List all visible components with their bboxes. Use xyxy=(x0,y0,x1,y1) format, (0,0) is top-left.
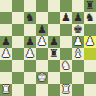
square-h7[interactable]: ♞ xyxy=(84,12,96,24)
square-c1[interactable] xyxy=(24,84,36,96)
square-a8[interactable] xyxy=(0,0,12,12)
square-a3[interactable] xyxy=(0,60,12,72)
square-h5[interactable]: ♟ xyxy=(84,36,96,48)
square-g3[interactable] xyxy=(72,60,84,72)
white-rook[interactable]: ♜ xyxy=(1,84,11,96)
white-pawn[interactable]: ♟ xyxy=(37,36,47,48)
black-knight[interactable]: ♞ xyxy=(25,12,35,24)
square-d5[interactable]: ♟ xyxy=(36,36,48,48)
square-b2[interactable] xyxy=(12,72,24,84)
white-pawn[interactable]: ♟ xyxy=(1,48,11,60)
square-d2[interactable]: ♚ xyxy=(36,72,48,84)
black-pawn[interactable]: ♟ xyxy=(61,12,71,24)
white-bishop[interactable]: ♝ xyxy=(73,48,83,60)
square-g4[interactable]: ♝ xyxy=(72,48,84,60)
square-b5[interactable] xyxy=(12,36,24,48)
square-e7[interactable] xyxy=(48,12,60,24)
square-c4[interactable]: ♟ xyxy=(24,48,36,60)
square-b8[interactable] xyxy=(12,0,24,12)
square-h3[interactable] xyxy=(84,60,96,72)
square-d1[interactable] xyxy=(36,84,48,96)
black-rook[interactable]: ♜ xyxy=(49,48,59,60)
square-d8[interactable] xyxy=(36,0,48,12)
square-b4[interactable] xyxy=(12,48,24,60)
square-c3[interactable] xyxy=(24,60,36,72)
white-pawn[interactable]: ♟ xyxy=(25,48,35,60)
square-f7[interactable]: ♟ xyxy=(60,12,72,24)
square-g2[interactable] xyxy=(72,72,84,84)
black-knight[interactable]: ♞ xyxy=(85,12,95,24)
square-e8[interactable] xyxy=(48,0,60,12)
square-c7[interactable]: ♞ xyxy=(24,12,36,24)
white-knight[interactable]: ♞ xyxy=(61,60,71,72)
square-b7[interactable] xyxy=(12,12,24,24)
square-e2[interactable] xyxy=(48,72,60,84)
white-king[interactable]: ♚ xyxy=(37,72,47,84)
square-b1[interactable] xyxy=(12,84,24,96)
square-f5[interactable] xyxy=(60,36,72,48)
square-e1[interactable] xyxy=(48,84,60,96)
square-a1[interactable]: ♜ xyxy=(0,84,12,96)
square-h2[interactable] xyxy=(84,72,96,84)
square-f1[interactable]: ♜ xyxy=(60,84,72,96)
square-g1[interactable] xyxy=(72,84,84,96)
square-a4[interactable]: ♟ xyxy=(0,48,12,60)
white-rook[interactable]: ♜ xyxy=(61,84,71,96)
square-e3[interactable] xyxy=(48,60,60,72)
square-h1[interactable] xyxy=(84,84,96,96)
white-pawn[interactable]: ♟ xyxy=(85,36,95,48)
chess-board: ♜♞♟♟♞♟♚♟♟♟♟♟♟♟♟♜♝♞♚♜♜ xyxy=(0,0,96,96)
square-c2[interactable] xyxy=(24,72,36,84)
square-f3[interactable]: ♞ xyxy=(60,60,72,72)
square-b6[interactable] xyxy=(12,24,24,36)
square-b3[interactable] xyxy=(12,60,24,72)
square-f6[interactable] xyxy=(60,24,72,36)
square-d4[interactable] xyxy=(36,48,48,60)
square-e4[interactable]: ♜ xyxy=(48,48,60,60)
square-a7[interactable] xyxy=(0,12,12,24)
square-h4[interactable] xyxy=(84,48,96,60)
